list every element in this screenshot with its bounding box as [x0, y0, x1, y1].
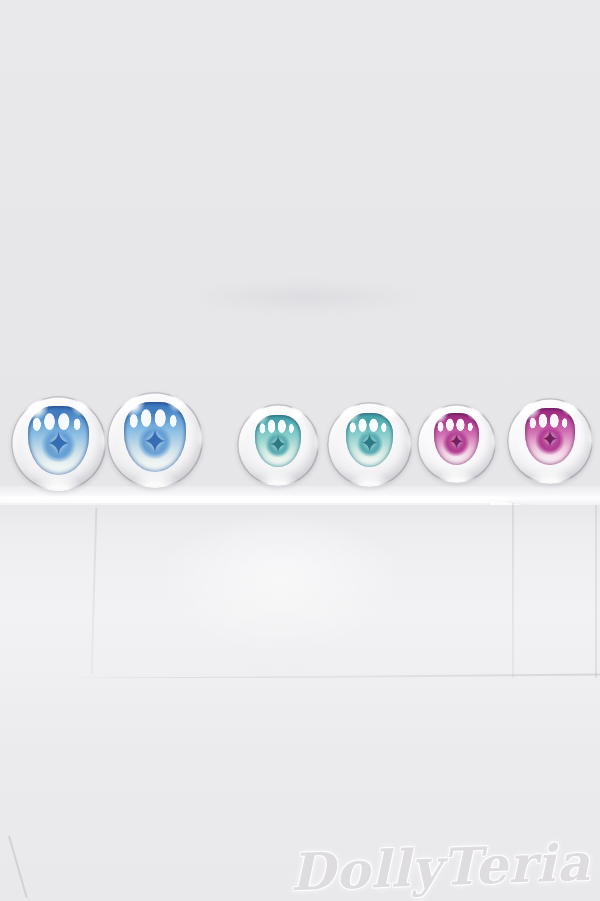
doll-eye-blue-left: ✦	[11, 396, 106, 491]
window-reflection-icon	[349, 417, 389, 435]
star-pupil-icon: ✦	[541, 428, 558, 451]
iris: ✦	[124, 402, 185, 472]
iris: ✦	[255, 415, 300, 467]
acrylic-seam-far-right	[595, 505, 597, 685]
doll-eye-pink-left: ✦	[417, 404, 496, 483]
iris: ✦	[346, 413, 393, 467]
iris: ✦	[434, 413, 479, 465]
window-reflection-icon	[529, 412, 571, 431]
doll-eye-pink-right: ✦	[507, 398, 593, 484]
watermark: DollyTeria	[289, 832, 591, 901]
window-reflection-icon	[32, 411, 84, 435]
iris: ✦	[28, 406, 89, 475]
window-reflection-icon	[437, 417, 476, 435]
shelf-edge-highlight	[0, 496, 508, 503]
doll-eye-blue-right: ✦	[107, 392, 203, 488]
window-reflection-icon	[129, 407, 182, 431]
backdrop-smudge	[190, 282, 420, 312]
shelf-sheen	[150, 520, 410, 660]
acrylic-seam-right	[512, 503, 514, 691]
star-pupil-icon: ✦	[449, 432, 465, 453]
product-photo: ✦ ✦ ✦ ✦	[0, 0, 600, 901]
doll-eye-teal-left: ✦	[237, 404, 319, 486]
doll-eye-teal-right: ✦	[327, 402, 412, 487]
window-reflection-icon	[259, 418, 298, 436]
iris: ✦	[525, 408, 574, 465]
